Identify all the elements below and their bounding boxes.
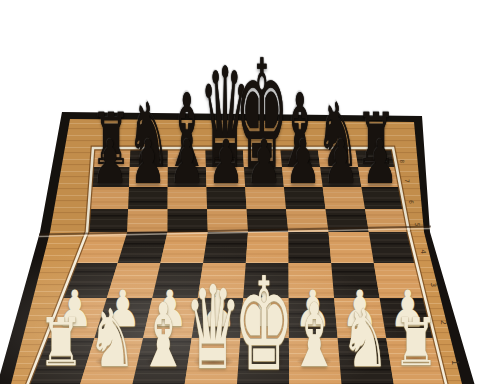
rank-label-8: 8: [399, 160, 405, 164]
photo-stage: 87654321 ♜♞♝♛♚♝♞♜♟♟♟♟♟♟♟♟♟♟♟♟♟♟♟♟♜♞♝♛♚♝♞…: [0, 0, 480, 384]
rank-label-7: 7: [404, 179, 410, 183]
piece-black-pawn-c7[interactable]: ♟: [169, 133, 205, 193]
piece-black-pawn-f7[interactable]: ♟: [285, 133, 321, 193]
piece-white-rook-a1[interactable]: ♜: [38, 310, 84, 376]
piece-white-king-e1[interactable]: ♚: [234, 260, 294, 384]
chessboard: 87654321 ♜♞♝♛♚♝♞♜♟♟♟♟♟♟♟♟♟♟♟♟♟♟♟♟♜♞♝♛♚♝♞…: [0, 0, 480, 384]
piece-black-pawn-g7[interactable]: ♟: [323, 133, 359, 193]
piece-white-knight-g1[interactable]: ♞: [340, 299, 389, 379]
piece-black-pawn-h7[interactable]: ♟: [362, 133, 398, 193]
piece-white-knight-b1[interactable]: ♞: [88, 299, 137, 379]
rank-label-5: 5: [413, 223, 421, 227]
square-g4[interactable]: [329, 232, 374, 263]
piece-black-pawn-b7[interactable]: ♟: [130, 133, 166, 193]
piece-black-pawn-e7[interactable]: ♟: [246, 133, 282, 193]
piece-white-bishop-c1[interactable]: ♝: [138, 293, 188, 381]
piece-black-pawn-d7[interactable]: ♟: [207, 133, 243, 193]
rank-label-1: 1: [450, 360, 460, 365]
rank-label-2: 2: [439, 320, 448, 325]
piece-black-pawn-a7[interactable]: ♟: [92, 133, 128, 193]
rank-label-4: 4: [419, 250, 427, 254]
piece-white-rook-h1[interactable]: ♜: [393, 310, 439, 376]
rank-label-6: 6: [408, 200, 415, 204]
rank-label-3: 3: [429, 283, 438, 288]
piece-white-bishop-f1[interactable]: ♝: [289, 293, 339, 381]
